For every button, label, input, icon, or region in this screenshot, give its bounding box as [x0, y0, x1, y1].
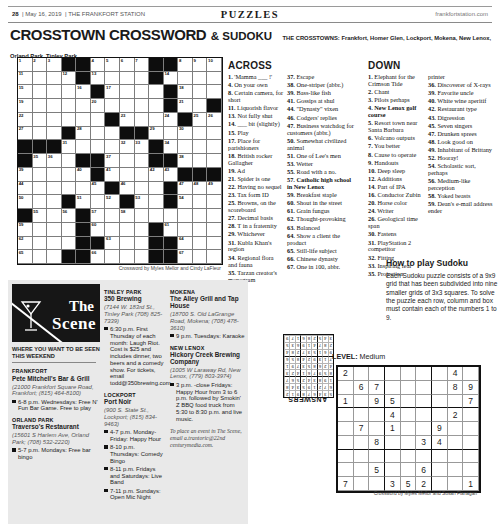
masthead: 28 | May 16, 2019 | THE FRANKFORT STATIO… [8, 6, 492, 23]
clue-number: 62. [287, 215, 295, 222]
answer-cell: 1 [306, 342, 311, 349]
title-sudoku: & SUDOKU [211, 30, 272, 42]
clue-item: 30. Fastens [368, 231, 426, 238]
crossword-cell: 43 [164, 168, 179, 182]
clue-text: Grain fungus [296, 207, 329, 214]
crossword-cell: 33 [135, 140, 150, 154]
clue-number: 48. [428, 138, 436, 145]
crossword-cell-number: 37 [106, 154, 111, 159]
clue-item: 6. Volcano outputs [368, 135, 426, 142]
crossword-cell-number: 60 [92, 222, 97, 227]
clue-item: 8. Cause to operate [368, 152, 426, 159]
clue-item: 54. Scholastic sort, perhaps [428, 163, 496, 177]
crossword-cell [120, 85, 135, 99]
clue-item: 9. Handouts [368, 160, 426, 167]
sudoku-cell: 4 [432, 436, 448, 450]
clue-item: 43. Digression [428, 115, 496, 122]
crossword-cell-number: 13 [92, 71, 97, 76]
sudoku-cell: 1 [463, 477, 479, 491]
clue-item: 61. Grain fungus [287, 208, 357, 215]
crossword-cell-number: 62 [19, 236, 24, 241]
scene-tagline: WHERE YOU WANT TO BE SEEN THIS WEEKEND [12, 346, 100, 359]
crossword-cell [47, 85, 62, 99]
crossword-cell [207, 72, 222, 86]
clue-number: 22. [228, 183, 236, 190]
clue-text: Gossips at shul [296, 97, 334, 104]
answer-cell: 8 [322, 342, 327, 349]
clue-text: Horse color [377, 199, 407, 206]
clue-item: 16. Conductor Zubin [368, 192, 426, 199]
crossword-cell-number: 39 [19, 167, 24, 172]
town-header: NEW LENOX [170, 345, 245, 351]
clue-number: 24. [368, 207, 376, 214]
clue-text: Look good on [437, 138, 472, 145]
answer-cell: 1 [322, 356, 327, 363]
clue-text: Yoked beasts [437, 192, 470, 199]
answer-cell: 3 [306, 349, 311, 356]
crossword-cell-number: 23 [121, 113, 126, 118]
sudoku-cell [401, 422, 417, 436]
crossword-black-cell [164, 182, 179, 196]
crossword-cell [164, 127, 179, 141]
crossword-cell: 59 [18, 223, 33, 237]
crossword-cell: 54 [178, 195, 193, 209]
level-value: Medium [360, 352, 386, 361]
clue-number: 45. [428, 122, 436, 129]
sudoku-cell: 5 [401, 477, 417, 491]
clue-text: Chant [374, 88, 389, 95]
clue-text: Not fully shut [237, 112, 272, 119]
clue-number: 14. [368, 183, 376, 190]
crossword-cell: 53 [135, 195, 150, 209]
clue-number: 39. [428, 89, 436, 96]
clue-item: 17. Place for parishioners [228, 138, 284, 152]
clue-text: Whichever [237, 230, 265, 237]
crossword-cell: 21 [178, 99, 193, 113]
logo-text-the: The [69, 298, 94, 315]
crossword-cell-number: 63 [106, 236, 111, 241]
clue-text: One in 100, abbr. [296, 263, 340, 270]
crossword-cell [33, 250, 48, 264]
sudoku-cell [432, 367, 448, 381]
crossword-cell: 9 [193, 58, 208, 72]
crossword-black-cell [91, 154, 106, 168]
down-header: DOWN [368, 60, 400, 71]
sudoku-level: LEVEL: Medium [332, 352, 385, 361]
sudoku-grid: 2467891957427198345673521 [336, 365, 481, 493]
crossword-cell-number: 12 [62, 71, 67, 76]
clue-text: Dean's e-mail address ender [428, 200, 492, 214]
sudoku-cell [448, 422, 464, 436]
crossword-cell: 46 [120, 182, 135, 196]
martini-glass-icon [20, 300, 42, 334]
clue-item: 65. Still-life subject [287, 248, 357, 255]
crossword-cell-number: 48 [194, 181, 199, 186]
sudoku-cell [354, 477, 370, 491]
answer-cell: 6 [317, 363, 322, 370]
sudoku-cell [338, 381, 354, 395]
clue-text: Catholic high school in New Lenox [287, 176, 351, 190]
clue-text: You better [374, 142, 400, 149]
crossword-black-cell [76, 250, 91, 264]
sudoku-cell: 8 [448, 381, 464, 395]
answer-cell: 8 [317, 376, 322, 383]
crossword-cell: 4 [91, 58, 106, 72]
crossword-cell: 3 [47, 58, 62, 72]
clue-item: printer [428, 74, 496, 81]
crossword-cell: 50 [18, 195, 33, 209]
clue-text: Scholastic sort, perhaps [428, 162, 476, 176]
venue-address: (900 S. State St., Lockport; (815) 834-9… [104, 407, 165, 427]
answer-cell: 4 [328, 363, 333, 370]
crossword-black-cell [149, 250, 164, 264]
crossword-black-cell [207, 168, 222, 182]
clue-text: Favorite uncle [437, 89, 473, 96]
venue-name: Traverso's Restaurant [12, 424, 100, 431]
crossword-cell [135, 113, 150, 127]
clue-item: 64. Show a client the product [287, 233, 357, 247]
clue-text: Thought-provoking [296, 215, 345, 222]
crossword-cell: 10 [207, 58, 222, 72]
clue-text: Additions [377, 175, 402, 182]
crossword-cell: 16 [76, 85, 91, 99]
crossword-cell-number: 27 [19, 126, 24, 131]
clue-number: 39. [287, 89, 295, 96]
sudoku-cell [448, 463, 464, 477]
crossword-cell [207, 154, 222, 168]
clue-text: Conductor Zubin [377, 191, 420, 198]
crossword-cell [47, 127, 62, 141]
event-listing: 6:30 p.m. First Thursday of each month: … [104, 326, 165, 387]
sudoku-cell [432, 477, 448, 491]
crossword-cell: 18 [178, 85, 193, 99]
crossword-black-cell [164, 195, 179, 209]
clue-text: Part of IPA [377, 183, 405, 190]
sudoku-cell [354, 408, 370, 422]
crossword-cell [47, 237, 62, 251]
clue-item: 14. Part of IPA [368, 184, 426, 191]
crossword-cell-number: 31 [62, 140, 67, 145]
answer-cell: 7 [289, 335, 294, 342]
crossword-cell-number: 9 [194, 58, 196, 63]
sudoku-cell [401, 381, 417, 395]
sudoku-cell [401, 450, 417, 464]
crossword-cell [135, 209, 150, 223]
crossword-cell [120, 154, 135, 168]
clue-number: 40. [428, 97, 436, 104]
clue-text: Writer [377, 207, 393, 214]
crossword-cell: 51 [76, 195, 91, 209]
crossword-black-cell [91, 168, 106, 182]
crossword-cell [120, 72, 135, 86]
clue-text: Fastens [377, 230, 396, 237]
crossword-black-cell [76, 223, 91, 237]
clue-text: Chinese dynasty [296, 255, 337, 262]
answer-cell: 5 [289, 356, 294, 363]
sudoku-cell [338, 422, 354, 436]
crossword-cell [193, 85, 208, 99]
clue-text: Deep sleep [377, 167, 405, 174]
venue-address: (18700 S. Old LaGrange Road, Mokena; (70… [170, 311, 245, 331]
clue-number: 16. [368, 191, 376, 198]
clue-item: 55. Road with a no. [287, 169, 357, 176]
clue-item: 59. Dean's e-mail address ender [428, 201, 496, 215]
clue-item: 18. British rocker Gallagher [228, 153, 284, 167]
clue-number: 49. [428, 146, 436, 153]
crossword-cell [105, 127, 120, 141]
crossword-cell [33, 72, 48, 86]
crossword-cell [207, 223, 222, 237]
clue-text: Road with a no. [296, 168, 336, 175]
crossword-black-cell [91, 237, 106, 251]
crossword-cell [135, 223, 150, 237]
crossword-cell: 47 [178, 182, 193, 196]
crossword-cell: 67 [178, 250, 193, 264]
clue-text: T in a fraternity [237, 222, 277, 229]
answer-cell: 9 [306, 383, 311, 390]
clue-item: 3. Pilots perhaps [368, 97, 426, 104]
clue-item: 39. Favorite uncle [428, 90, 496, 97]
crossword-cell [164, 209, 179, 223]
clue-number: 38. [287, 81, 295, 88]
clue-item: 15. Play [228, 130, 284, 137]
crossword-cell [105, 99, 120, 113]
clue-number: 6. [368, 134, 373, 141]
crossword-cell [135, 85, 150, 99]
crossword-cell [76, 113, 91, 127]
crossword-cell-number: 24 [164, 113, 169, 118]
clue-text: Escape [296, 73, 314, 80]
crossword-cell: 2 [33, 58, 48, 72]
clue-text: Hooray! [437, 154, 458, 161]
clue-number: 47. [428, 130, 436, 137]
sudoku-cell: 2 [338, 367, 354, 381]
sudoku-cell [369, 367, 385, 381]
clue-item: 50. Somewhat civilized animal [287, 138, 357, 152]
crossword-cell [120, 99, 135, 113]
crossword-cell-number: 19 [19, 99, 24, 104]
crossword-cell: 11 [18, 72, 33, 86]
crossword-cell [207, 195, 222, 209]
clue-item: 26. Geological time span [368, 216, 426, 230]
event-listing: 3 p.m. -close Fridays: Happy Hour from 3… [170, 382, 245, 423]
crossword-cell-number: 56 [62, 209, 67, 214]
crossword-cell [207, 250, 222, 264]
clue-item: 62. Thought-provoking [287, 216, 357, 223]
clue-number: 13. [228, 112, 236, 119]
clue-number: 15. [228, 129, 236, 136]
answer-cell: 1 [328, 376, 333, 383]
answer-cell: 6 [300, 335, 305, 342]
clue-item: 13. Not fully shut [228, 113, 284, 120]
crossword-cell: 35 [33, 154, 48, 168]
clue-number: 52. [428, 154, 436, 161]
sudoku-cell [354, 367, 370, 381]
answer-cell: 7 [284, 376, 289, 383]
sudoku-cell: 2 [448, 408, 464, 422]
crossword-cell-number: 53 [135, 195, 140, 200]
clue-text: Having no sequel [237, 183, 281, 190]
crossword-cell [62, 99, 77, 113]
crossword-cell: 12 [62, 72, 77, 86]
crossword-cell-number: 67 [179, 250, 184, 255]
across-header: ACROSS [228, 60, 272, 71]
crossword-cell: 38 [178, 154, 193, 168]
clue-text: Discoverer of X-rays [437, 81, 490, 88]
crossword-cell [76, 182, 91, 196]
crossword-cell: 23 [120, 113, 135, 127]
clue-text: Pilots perhaps [374, 96, 410, 103]
crossword-cell-number: 29 [150, 126, 155, 131]
crossword-cell [149, 113, 164, 127]
crossword-cell [47, 99, 62, 113]
clue-number: 23. [228, 191, 236, 198]
clue-item: 11. Liquorish flavor [228, 105, 284, 112]
scene-column-2: TINLEY PARK350 Brewing(7144 W. 183rd St.… [104, 284, 165, 503]
clue-item: 53. Wetter [287, 161, 357, 168]
clue-number: 60. [287, 199, 295, 206]
answer-cell: 7 [317, 342, 322, 349]
crossword-cell [135, 72, 150, 86]
sudoku-cell [448, 395, 464, 409]
answer-cell: 9 [322, 376, 327, 383]
crossword-cell-number: 49 [208, 181, 213, 186]
crossword-cell [91, 113, 106, 127]
crossword-cell-number: 54 [179, 195, 184, 200]
sudoku-cell: 9 [463, 381, 479, 395]
crossword-black-cell [164, 58, 179, 72]
clue-text: Liquorish flavor [237, 104, 278, 111]
crossword-cell: 64 [178, 237, 193, 251]
crossword-cell [105, 72, 120, 86]
crossword-black-cell [149, 237, 164, 251]
crossword-cell: 14 [164, 72, 179, 86]
clue-number: 19. [228, 167, 236, 174]
crossword-cell [149, 209, 164, 223]
crossword-cell [178, 140, 193, 154]
answer-cell: 5 [300, 383, 305, 390]
crossword-cell [135, 154, 150, 168]
crossword-black-cell [76, 237, 91, 251]
clue-item: 31. PlayStation 2 competitor [368, 240, 426, 254]
sudoku-cell [463, 408, 479, 422]
event-listing: 4-7 p.m. Monday-Friday: Happy Hour [104, 429, 165, 443]
crossword-cell-number: 3 [48, 58, 50, 63]
crossword-cell-number: 7 [135, 58, 137, 63]
clue-text: printer [428, 73, 445, 80]
crossword-cell: 40 [76, 168, 91, 182]
crossword-black-cell [47, 140, 62, 154]
clue-item: 45. Seven singers [428, 123, 496, 130]
across-clues-col1: 1. 'Mamma ___ !'4. On your own8. Certain… [228, 74, 284, 285]
clue-text: Digression [437, 114, 464, 121]
sudoku-cell: 1 [338, 395, 354, 409]
crossword-cell: 19 [18, 99, 33, 113]
clue-number: 12. [368, 175, 376, 182]
venue-name: Hickory Creek Brewing Company [170, 352, 245, 366]
clue-item: 5. Resort town near Santa Barbara [368, 120, 426, 134]
sudoku-cell: 6 [354, 381, 370, 395]
crossword-cell [193, 154, 208, 168]
crossword-grid: 1234567891011121314151617181920212223242… [17, 57, 223, 265]
crossword-cell: 57 [91, 209, 106, 223]
crossword-black-cell [62, 195, 77, 209]
clue-item: 22. Having no sequel [228, 184, 284, 191]
clue-item: 1. 'Mamma ___ !' [228, 74, 284, 81]
crossword-black-cell [18, 209, 33, 223]
sudoku-cell: 5 [385, 395, 401, 409]
crossword-cell-number: 15 [19, 85, 24, 90]
clue-number: 9. [368, 159, 373, 166]
clue-item: 36. Discoverer of X-rays [428, 82, 496, 89]
crossword-cell-number: 55 [33, 209, 38, 214]
crossword-cell: 56 [62, 209, 77, 223]
crossword-cell-number: 47 [179, 181, 184, 186]
crossword-black-cell [62, 58, 77, 72]
crossword-cell [178, 223, 193, 237]
answer-cell: 3 [295, 383, 300, 390]
sudoku-cell: 9 [432, 422, 448, 436]
clue-number: 21. [228, 175, 236, 182]
crossword-cell-number: 6 [121, 58, 123, 63]
clue-text: Certain camera, for short [228, 89, 283, 103]
crossword-black-cell [76, 72, 91, 86]
crossword-black-cell [164, 250, 179, 264]
crossword-cell: 5 [105, 58, 120, 72]
crossword-cell [120, 250, 135, 264]
answer-cell: 4 [295, 369, 300, 376]
crossword-cell: 41 [105, 168, 120, 182]
crossword-cell-number: 44 [19, 181, 24, 186]
crossword-cell [33, 182, 48, 196]
clue-number: 3. [368, 96, 373, 103]
venue-address: (7144 W. 183rd St., Tinley Park (708) 82… [104, 304, 165, 324]
crossword-cell: 8 [178, 58, 193, 72]
sudoku-cell [354, 436, 370, 450]
town-header: FRANKFORT [12, 368, 100, 374]
clue-number: 28. [228, 222, 236, 229]
sudoku-cell [416, 450, 432, 464]
crossword-black-cell [178, 168, 193, 182]
answer-cell: 4 [300, 356, 305, 363]
clue-text: Cause to operate [374, 151, 416, 158]
crossword-cell: 13 [91, 72, 106, 86]
crossword-cell-number: 1 [19, 58, 21, 63]
venue-name: Pete Mitchell's Bar & Grill [12, 376, 100, 383]
answer-cell: 4 [289, 383, 294, 390]
scene-listings: FRANKFORTPete Mitchell's Bar & Grill(210… [12, 368, 100, 460]
crossword-cell: 25 [193, 113, 208, 127]
crossword-black-cell [62, 250, 77, 264]
crossword-cell: 15 [18, 85, 33, 99]
how-to-play-box: How to play Sudoku Each Sudoku puzzle co… [386, 258, 498, 322]
crossword-black-cell [105, 182, 120, 196]
clue-item: 56. Medium-like perception [428, 178, 496, 192]
sudoku-cell: 2 [416, 477, 432, 491]
clue-number: 51. [287, 152, 295, 159]
crossword-cell-number: 45 [92, 181, 97, 186]
crossword-cell [62, 237, 77, 251]
clue-text: Inhabitant of Brittany [437, 146, 492, 153]
crossword-cell: 17 [105, 85, 120, 99]
crossword-cell-number: 16 [77, 85, 82, 90]
clue-item: 59. Breakfast staple [287, 192, 357, 199]
crossword-cell: 7 [135, 58, 150, 72]
crossword-black-cell [207, 99, 222, 113]
answer-cell: 2 [328, 342, 333, 349]
crossword-cell: 66 [91, 250, 106, 264]
crossword-cell [193, 250, 208, 264]
